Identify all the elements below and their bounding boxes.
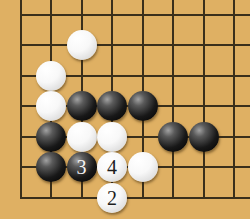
black-stone[interactable]	[189, 122, 219, 152]
go-board-diagram: 342	[0, 0, 250, 219]
white-stone[interactable]	[36, 61, 66, 91]
move-number: 4	[107, 157, 117, 177]
white-stone[interactable]	[67, 122, 97, 152]
black-stone[interactable]	[67, 91, 97, 121]
white-stone[interactable]	[67, 30, 97, 60]
white-stone-move-2[interactable]: 2	[97, 183, 127, 213]
black-stone[interactable]	[97, 91, 127, 121]
stones-layer: 342	[5, 0, 249, 213]
black-stone[interactable]	[36, 152, 66, 182]
white-stone[interactable]	[97, 122, 127, 152]
move-number: 2	[107, 187, 117, 207]
black-stone[interactable]	[36, 122, 66, 152]
black-stone-move-3[interactable]: 3	[67, 152, 97, 182]
white-stone[interactable]	[128, 152, 158, 182]
black-stone[interactable]	[128, 91, 158, 121]
black-stone[interactable]	[158, 122, 188, 152]
white-stone-move-4[interactable]: 4	[97, 152, 127, 182]
move-number: 3	[77, 157, 87, 177]
white-stone[interactable]	[36, 91, 66, 121]
